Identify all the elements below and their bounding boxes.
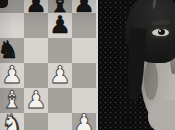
square-d6 — [72, 13, 96, 38]
black-pawn: ♟ — [72, 0, 96, 13]
square-d4 — [72, 63, 96, 88]
portrait-under-eye — [152, 36, 167, 38]
square-a5: ♞ — [0, 38, 24, 63]
square-c4: ♟ — [48, 63, 72, 88]
white-pawn: ♟ — [0, 63, 24, 88]
white-knight: ♞ — [0, 113, 24, 130]
portrait-chin — [148, 100, 175, 130]
white-pawn: ♟ — [24, 88, 48, 113]
square-a4: ♟ — [0, 63, 24, 88]
portrait-cheek-shade — [144, 60, 158, 100]
square-c2 — [48, 113, 72, 130]
white-pawn: ♟ — [48, 63, 72, 88]
square-a3: ♝ — [0, 88, 24, 113]
black-pawn: ♟ — [24, 0, 48, 13]
chess-board-grid: ♟♝♟♟♞♟♟♝♟♞♟ — [0, 0, 96, 130]
white-pawn: ♟ — [72, 113, 96, 130]
black-bishop: ♝ — [48, 0, 72, 13]
blog-thumbnail[interactable]: ♟♝♟♟♞♟♟♝♟♞♟ — [0, 0, 175, 130]
square-d7: ♟ — [72, 0, 96, 13]
square-c6: ♟ — [48, 13, 72, 38]
square-c3 — [48, 88, 72, 113]
square-d5 — [72, 38, 96, 63]
square-c7: ♝ — [48, 0, 72, 13]
black-pawn: ♟ — [48, 13, 72, 38]
portrait-pane — [98, 0, 175, 130]
square-b3: ♟ — [24, 88, 48, 113]
square-d2: ♟ — [72, 113, 96, 130]
square-c5 — [48, 38, 72, 63]
square-b5 — [24, 38, 48, 63]
chess-board: ♟♝♟♟♞♟♟♝♟♞♟ — [0, 0, 98, 130]
square-b2 — [24, 113, 48, 130]
black-knight: ♞ — [0, 38, 20, 63]
square-a2: ♞ — [0, 113, 24, 130]
portrait-nose-shadow — [170, 30, 175, 74]
square-a6 — [0, 13, 24, 38]
portrait-iris-glint — [159, 30, 161, 32]
square-b6 — [24, 13, 48, 38]
white-bishop: ♝ — [0, 88, 24, 113]
square-b7: ♟ — [24, 0, 48, 13]
square-d3 — [72, 88, 96, 113]
square-b4 — [24, 63, 48, 88]
